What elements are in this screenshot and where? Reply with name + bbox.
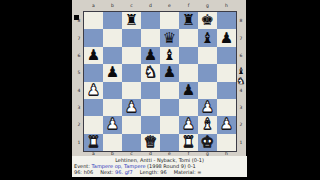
square-g5 [198, 64, 217, 81]
rank-label-5: 5 [75, 64, 83, 81]
piece-white-pawn: ♟ [125, 100, 138, 115]
black-bishop-icon: ♝ [237, 66, 246, 76]
file-label-e: e [160, 3, 179, 9]
square-h4 [217, 82, 236, 99]
square-f5 [179, 64, 198, 81]
square-d2 [141, 116, 160, 133]
square-f2: ♟ [179, 116, 198, 133]
square-c6 [122, 47, 141, 64]
square-c2 [122, 116, 141, 133]
white-knight-icon: ♞ [237, 76, 246, 86]
square-c7 [122, 29, 141, 46]
rank-label-7: 7 [75, 29, 83, 46]
status-line: 96: h06Next: 96. gf7Length: 96Material: … [74, 169, 208, 175]
square-f8: ♜ [179, 12, 198, 29]
rank-labels-left: 87654321 [75, 12, 83, 151]
piece-white-pawn: ♟ [182, 117, 195, 132]
square-f4: ♟ [179, 82, 198, 99]
rank-label-1: 1 [237, 134, 245, 151]
square-b4 [103, 82, 122, 99]
file-label-h: h [217, 3, 236, 9]
square-h8 [217, 12, 236, 29]
piece-white-pawn: ♟ [87, 83, 100, 98]
piece-white-king: ♚ [201, 135, 214, 150]
file-label-g: g [198, 3, 217, 9]
piece-white-pawn: ♟ [201, 100, 214, 115]
square-e2 [160, 116, 179, 133]
square-a7 [84, 29, 103, 46]
square-h1 [217, 134, 236, 151]
square-b2: ♟ [103, 116, 122, 133]
current-move: 96: h06 [74, 169, 93, 175]
piece-black-pawn: ♟ [163, 65, 176, 80]
square-h3 [217, 99, 236, 116]
square-g2: ♝ [198, 116, 217, 133]
square-a4: ♟ [84, 82, 103, 99]
piece-white-queen: ♛ [144, 135, 157, 150]
piece-black-queen: ♛ [163, 31, 176, 46]
square-b1 [103, 134, 122, 151]
square-g6 [198, 47, 217, 64]
rank-label-4: 4 [75, 82, 83, 99]
square-b7 [103, 29, 122, 46]
file-label-f: f [179, 3, 198, 9]
square-e7: ♛ [160, 29, 179, 46]
square-h2: ♟ [217, 116, 236, 133]
square-b6 [103, 47, 122, 64]
chess-board: ♜♜♚♛♝♟♟♟♝♟♞♟♟♟♟♟♟♟♝♟♜♛♜♚ [83, 11, 237, 152]
square-g4 [198, 82, 217, 99]
file-label-b: b [103, 3, 122, 9]
square-g1: ♚ [198, 134, 217, 151]
piece-black-pawn: ♟ [220, 31, 233, 46]
rank-label-7: 7 [237, 29, 245, 46]
piece-black-bishop: ♝ [163, 48, 176, 63]
square-d7 [141, 29, 160, 46]
next-move: 96. gf7 [115, 169, 133, 175]
material-info: Material: = [174, 169, 202, 175]
rank-label-8: 8 [75, 12, 83, 29]
chess-viewer-frame: abcdefgh abcdefgh 87654321 87654321 ♜♜♚♛… [0, 0, 320, 180]
square-h5 [217, 64, 236, 81]
rank-label-2: 2 [75, 116, 83, 133]
square-d5: ♞ [141, 64, 160, 81]
rank-label-3: 3 [237, 99, 245, 116]
rank-label-6: 6 [75, 47, 83, 64]
square-c8: ♜ [122, 12, 141, 29]
piece-black-pawn: ♟ [144, 48, 157, 63]
square-f1: ♜ [179, 134, 198, 151]
file-label-c: c [122, 3, 141, 9]
square-h6 [217, 47, 236, 64]
square-a1: ♜ [84, 134, 103, 151]
square-f3 [179, 99, 198, 116]
square-g3: ♟ [198, 99, 217, 116]
square-d8 [141, 12, 160, 29]
square-d3 [141, 99, 160, 116]
square-g8: ♚ [198, 12, 217, 29]
square-d4 [141, 82, 160, 99]
piece-white-rook: ♜ [182, 135, 195, 150]
square-c4 [122, 82, 141, 99]
square-a6: ♟ [84, 47, 103, 64]
rank-label-6: 6 [237, 47, 245, 64]
file-labels-top: abcdefgh [84, 3, 236, 9]
square-h7: ♟ [217, 29, 236, 46]
square-e1 [160, 134, 179, 151]
piece-black-king: ♚ [201, 13, 214, 28]
square-b5: ♟ [103, 64, 122, 81]
square-e6: ♝ [160, 47, 179, 64]
file-label-a: a [84, 3, 103, 9]
square-a8 [84, 12, 103, 29]
file-label-d: d [141, 3, 160, 9]
rank-label-1: 1 [75, 134, 83, 151]
rank-label-2: 2 [237, 116, 245, 133]
square-a3 [84, 99, 103, 116]
piece-black-bishop: ♝ [201, 31, 214, 46]
piece-white-bishop: ♝ [201, 117, 214, 132]
square-e3 [160, 99, 179, 116]
piece-black-pawn: ♟ [106, 65, 119, 80]
piece-black-rook: ♜ [182, 13, 195, 28]
piece-white-knight: ♞ [144, 65, 157, 80]
square-b3 [103, 99, 122, 116]
square-c1 [122, 134, 141, 151]
square-g7: ♝ [198, 29, 217, 46]
square-b8 [103, 12, 122, 29]
piece-black-pawn: ♟ [87, 48, 100, 63]
square-d1: ♛ [141, 134, 160, 151]
rank-label-8: 8 [237, 12, 245, 29]
square-a2 [84, 116, 103, 133]
captured-material-tray: ♝♞ [237, 66, 246, 86]
game-length: Length: 96 [140, 169, 167, 175]
square-e5: ♟ [160, 64, 179, 81]
square-c5 [122, 64, 141, 81]
square-e4 [160, 82, 179, 99]
piece-black-pawn: ♟ [182, 83, 195, 98]
square-f6 [179, 47, 198, 64]
next-label: Next: [100, 169, 115, 175]
piece-white-pawn: ♟ [106, 117, 119, 132]
rank-label-3: 3 [75, 99, 83, 116]
square-a5 [84, 64, 103, 81]
square-c3: ♟ [122, 99, 141, 116]
piece-white-rook: ♜ [87, 135, 100, 150]
piece-black-rook: ♜ [125, 13, 138, 28]
piece-white-pawn: ♟ [220, 117, 233, 132]
square-f7 [179, 29, 198, 46]
square-e8 [160, 12, 179, 29]
square-d6: ♟ [141, 47, 160, 64]
